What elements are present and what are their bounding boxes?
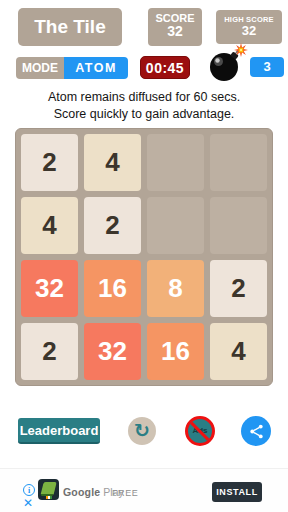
board-grid[interactable]: 2442321682232164 — [15, 128, 273, 386]
empty-cell — [210, 197, 267, 254]
tile-2: 2 — [21, 323, 78, 380]
empty-cell — [147, 134, 204, 191]
share-button[interactable] — [241, 416, 271, 446]
tile-8: 8 — [147, 260, 204, 317]
instructions-line2: Score quickly to gain advantage. — [0, 106, 288, 123]
tile-4: 4 — [21, 197, 78, 254]
remove-ads-button[interactable]: Ads — [185, 416, 215, 446]
app-title: The Tile — [18, 8, 122, 46]
google-text: Google — [63, 486, 100, 498]
instructions-line1: Atom remains diffused for 60 secs. — [0, 89, 288, 106]
bomb-icon — [206, 40, 252, 84]
ad-banner: i ✕ Google Play FREE INSTALL — [0, 468, 288, 512]
restart-icon: ↻ — [134, 419, 150, 441]
mode-label[interactable]: MODE — [16, 57, 64, 79]
score-box: SCORE 32 — [148, 8, 202, 46]
countdown-timer: 00:45 — [140, 56, 190, 79]
ad-app-logo — [40, 482, 56, 496]
tile-32: 32 — [84, 323, 141, 380]
ad-app-icon[interactable] — [38, 479, 59, 500]
tile-16: 16 — [147, 323, 204, 380]
high-score-box: HIGH SCORE 32 — [216, 10, 282, 44]
tile-16: 16 — [84, 260, 141, 317]
instructions-text: Atom remains diffused for 60 secs. Score… — [0, 89, 288, 123]
install-button[interactable]: INSTALL — [212, 482, 262, 502]
mode-value-button[interactable]: ATOM — [64, 57, 128, 79]
ad-price-label: FREE — [112, 488, 138, 498]
empty-cell — [210, 134, 267, 191]
share-icon — [248, 423, 265, 440]
high-score-value: 32 — [216, 24, 282, 38]
tile-4: 4 — [210, 323, 267, 380]
bomb-count-badge: 3 — [250, 57, 284, 77]
app-screen: The Tile SCORE 32 HIGH SCORE 32 MODE ATO… — [0, 0, 288, 512]
tile-2: 2 — [84, 197, 141, 254]
score-value: 32 — [148, 24, 202, 39]
tile-4: 4 — [84, 134, 141, 191]
bomb-powerup-button[interactable] — [206, 40, 252, 84]
ad-info-icon[interactable]: i — [23, 484, 35, 496]
leaderboard-button[interactable]: Leaderboard — [18, 418, 100, 444]
tile-2: 2 — [210, 260, 267, 317]
empty-cell — [147, 197, 204, 254]
tile-32: 32 — [21, 260, 78, 317]
tile-2: 2 — [21, 134, 78, 191]
restart-button[interactable]: ↻ — [128, 417, 156, 445]
ad-close-icon[interactable]: ✕ — [23, 497, 33, 509]
ad-app-logo-flag — [46, 496, 52, 499]
